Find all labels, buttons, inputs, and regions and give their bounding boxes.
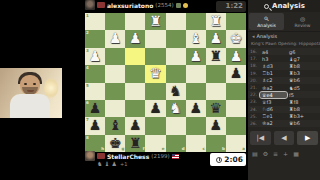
white-move[interactable]: ♖e1 xyxy=(260,113,287,119)
square-b2[interactable]: ♟ xyxy=(206,30,226,47)
forward-button[interactable]: ▶ xyxy=(297,131,318,145)
white-move[interactable]: a4 xyxy=(260,49,287,55)
square-c2[interactable]: ♝ xyxy=(186,30,206,47)
material-advantage: +1 xyxy=(120,161,127,167)
black-pawn-e6[interactable]: ♟ xyxy=(145,100,165,117)
back-button[interactable]: ◀ xyxy=(274,131,295,145)
white-king-a2[interactable]: ♚ xyxy=(226,30,246,47)
square-g1[interactable] xyxy=(105,13,125,30)
white-knight-d6[interactable]: ♞ xyxy=(166,100,186,117)
square-g4[interactable] xyxy=(105,65,125,82)
square-e2[interactable] xyxy=(145,30,165,47)
us-flag-icon xyxy=(172,154,179,159)
white-move[interactable]: ♗d3 xyxy=(260,63,287,69)
rank-label-6: 6 xyxy=(86,101,89,105)
square-h4[interactable]: 4 xyxy=(85,65,105,82)
black-pawn-a4[interactable]: ♟ xyxy=(226,65,246,82)
board-tools-row: ▤⚙≡+▦ xyxy=(248,148,320,159)
clock-icon xyxy=(216,157,222,163)
white-bishop-c2[interactable]: ♝ xyxy=(186,30,206,47)
black-pawn-c6[interactable]: ♟ xyxy=(186,100,206,117)
search-icon xyxy=(264,4,269,9)
black-rook-b3[interactable]: ♜ xyxy=(206,48,226,65)
chevron-icon: ◂ xyxy=(252,34,255,39)
panel-tabs: 🔍︎ Analysis ◎ Review xyxy=(248,12,320,31)
opening-name[interactable]: King's Pawn Opening: Hippopotamus Defens… xyxy=(248,40,320,48)
square-h6[interactable]: ♟6 xyxy=(85,100,105,117)
square-f7[interactable]: ♟ xyxy=(125,117,145,134)
square-g8[interactable]: ♚g xyxy=(105,135,125,152)
square-g7[interactable]: ♝ xyxy=(105,117,125,134)
move-number: 20. xyxy=(250,78,260,83)
move-row: 22.♕e4f5 xyxy=(248,91,320,98)
rank-label-3: 3 xyxy=(86,49,89,53)
black-move[interactable]: ♛b6 xyxy=(287,77,314,83)
square-f3[interactable] xyxy=(125,48,145,65)
move-row: 24.♘d6♜b8 xyxy=(248,106,320,113)
square-c8[interactable]: c xyxy=(186,135,206,152)
square-h3[interactable]: ♟3 xyxy=(85,48,105,65)
chess-board[interactable]: 1♜♜2♟♟♝♟♚♟3♟♜♟4♛♟5♞♟6♟♞♟♛♟7♝♟♟8h♚g♜fedcb… xyxy=(85,13,246,152)
bottom-avatar[interactable] xyxy=(85,151,95,161)
move-number: 26. xyxy=(250,121,260,126)
flair-icon xyxy=(176,3,181,8)
black-move[interactable]: ♜b3 xyxy=(287,70,314,76)
black-move[interactable]: ♜b8 xyxy=(287,106,314,112)
white-pawn-b2[interactable]: ♟ xyxy=(206,30,226,47)
move-number: 18. xyxy=(250,63,260,68)
tool-icon-0[interactable]: ▤ xyxy=(252,150,258,157)
black-move[interactable]: ♞d5 xyxy=(287,85,314,91)
square-e6[interactable]: ♟ xyxy=(145,100,165,117)
bottom-player-name[interactable]: StellarChess xyxy=(107,153,149,160)
square-d6[interactable]: ♞ xyxy=(166,100,186,117)
move-number: 19. xyxy=(250,71,260,76)
tab-review[interactable]: ◎ Review xyxy=(285,12,320,31)
black-move[interactable]: ♝g7 xyxy=(287,56,314,62)
move-row: 19.♖b1♜b3 xyxy=(248,70,320,77)
square-a2[interactable]: ♚ xyxy=(226,30,246,47)
square-e4[interactable]: ♛ xyxy=(145,65,165,82)
move-row: 17.h3♝g7 xyxy=(248,55,320,62)
black-knight-d5[interactable]: ♞ xyxy=(166,83,186,100)
move-row: 20.♗c2♛b6 xyxy=(248,77,320,84)
black-move[interactable]: ♜b3+ xyxy=(287,113,314,119)
move-row: 21.♔a2♞d5 xyxy=(248,84,320,91)
square-b5[interactable] xyxy=(206,83,226,100)
top-title-badge xyxy=(97,2,105,8)
white-move[interactable]: ♕e4 xyxy=(260,92,287,98)
move-row: 26.♔a2♛b6 xyxy=(248,120,320,127)
square-c1[interactable] xyxy=(186,13,206,30)
streamer-person xyxy=(8,72,52,118)
white-move[interactable]: ♔a2 xyxy=(260,120,287,126)
target-icon: ◎ xyxy=(300,16,305,22)
panel-header: Analysis xyxy=(248,0,320,12)
square-g5[interactable] xyxy=(105,83,125,100)
square-d5[interactable]: ♞ xyxy=(166,83,186,100)
square-a3[interactable]: ♟ xyxy=(226,48,246,65)
move-number: 17. xyxy=(250,56,260,61)
white-move[interactable]: ♘d6 xyxy=(260,106,287,112)
tool-icon-1[interactable]: ⚙ xyxy=(263,150,268,157)
black-move[interactable]: ♜b8 xyxy=(287,63,314,69)
black-queen-b6[interactable]: ♛ xyxy=(206,100,226,117)
move-row: 23.♕f3♜f8 xyxy=(248,98,320,105)
rank-label-1: 1 xyxy=(86,14,89,18)
square-h7[interactable]: ♟7 xyxy=(85,117,105,134)
square-h1[interactable]: 1 xyxy=(85,13,105,30)
square-a1[interactable] xyxy=(226,13,246,30)
rank-label-4: 4 xyxy=(86,66,89,70)
square-h8[interactable]: 8h xyxy=(85,135,105,152)
white-pawn-g2[interactable]: ♟ xyxy=(105,30,125,47)
analysis-section-header[interactable]: ◂ Analysis xyxy=(248,31,320,40)
square-f4[interactable] xyxy=(125,65,145,82)
square-f2[interactable]: ♟ xyxy=(125,30,145,47)
square-a6[interactable] xyxy=(226,100,246,117)
move-number: 21. xyxy=(250,85,260,90)
move-list: 16.a4g617.h3♝g718.♗d3♜b819.♖b1♜b320.♗c2♛… xyxy=(248,48,320,128)
white-rook-b1[interactable]: ♜ xyxy=(206,13,226,30)
square-e8[interactable]: e xyxy=(145,135,165,152)
black-move[interactable]: f5 xyxy=(287,92,314,98)
app-window: alexsuriatono (2554) 1:22 1♜♜2♟♟♝♟♚♟3♟♜♟… xyxy=(0,0,320,180)
square-g6[interactable] xyxy=(105,100,125,117)
white-rook-e1[interactable]: ♜ xyxy=(145,13,165,30)
square-b3[interactable]: ♜ xyxy=(206,48,226,65)
square-e3[interactable] xyxy=(145,48,165,65)
move-row: 25.♖e1♜b3+ xyxy=(248,113,320,120)
analysis-panel: Analysis 🔍︎ Analysis ◎ Review ◂ Analysis… xyxy=(248,0,320,180)
square-a8[interactable]: a xyxy=(226,135,246,152)
bottom-clock: 2:06 xyxy=(210,153,246,166)
move-number: 22. xyxy=(250,92,260,97)
square-c4[interactable] xyxy=(186,65,206,82)
black-pawn-f7[interactable]: ♟ xyxy=(125,117,145,134)
black-move[interactable]: ♛b6 xyxy=(287,120,314,126)
move-number: 23. xyxy=(250,99,260,104)
top-player-name[interactable]: alexsuriatono xyxy=(107,2,153,9)
rank-label-8: 8 xyxy=(86,136,89,140)
white-move[interactable]: h3 xyxy=(260,56,287,62)
square-d1[interactable] xyxy=(166,13,186,30)
tool-icon-4[interactable]: ▦ xyxy=(293,150,299,157)
white-pawn-a3[interactable]: ♟ xyxy=(226,48,246,65)
magnifier-icon: 🔍︎ xyxy=(264,16,270,22)
top-clock: 1:22 xyxy=(216,1,246,12)
square-c7[interactable] xyxy=(186,117,206,134)
white-move[interactable]: ♗c2 xyxy=(260,77,287,83)
square-a4[interactable]: ♟ xyxy=(226,65,246,82)
bottom-player-bar: StellarChess (2199) 2:06 ♞ ♝ ♟ +1 xyxy=(85,151,246,168)
square-a5[interactable] xyxy=(226,83,246,100)
webcam-feed xyxy=(0,68,62,118)
move-row: 18.♗d3♜b8 xyxy=(248,62,320,69)
tool-icon-2[interactable]: ≡ xyxy=(273,150,278,157)
square-f5[interactable] xyxy=(125,83,145,100)
square-d4[interactable] xyxy=(166,65,186,82)
square-b6[interactable]: ♛ xyxy=(206,100,226,117)
smiley-flair-icon xyxy=(183,3,188,8)
square-g3[interactable] xyxy=(105,48,125,65)
black-move[interactable]: g6 xyxy=(287,49,314,55)
black-pawn-b7[interactable]: ♟ xyxy=(206,117,226,134)
white-queen-e4[interactable]: ♛ xyxy=(145,65,165,82)
square-g2[interactable]: ♟ xyxy=(105,30,125,47)
square-e5[interactable] xyxy=(145,83,165,100)
square-b4[interactable] xyxy=(206,65,226,82)
top-player-bar: alexsuriatono (2554) 1:22 xyxy=(85,0,246,13)
square-d2[interactable] xyxy=(166,30,186,47)
square-h5[interactable]: 5 xyxy=(85,83,105,100)
square-e7[interactable] xyxy=(145,117,165,134)
square-f1[interactable] xyxy=(125,13,145,30)
square-d3[interactable] xyxy=(166,48,186,65)
rank-label-2: 2 xyxy=(86,31,89,35)
square-c5[interactable] xyxy=(186,83,206,100)
square-f6[interactable] xyxy=(125,100,145,117)
bottom-player-rating: (2199) xyxy=(151,153,169,159)
move-number: 16. xyxy=(250,49,260,54)
square-c3[interactable]: ♟ xyxy=(186,48,206,65)
tab-analysis[interactable]: 🔍︎ Analysis xyxy=(249,13,284,30)
square-e1[interactable]: ♜ xyxy=(145,13,165,30)
move-row: 16.a4g6 xyxy=(248,48,320,55)
move-number: 24. xyxy=(250,107,260,112)
jump-to-start-button[interactable]: |◀ xyxy=(250,131,271,145)
tool-icon-3[interactable]: + xyxy=(283,150,288,157)
square-b8[interactable]: b xyxy=(206,135,226,152)
square-b7[interactable]: ♟ xyxy=(206,117,226,134)
square-d7[interactable] xyxy=(166,117,186,134)
square-b1[interactable]: ♜ xyxy=(206,13,226,30)
bottom-title-badge xyxy=(97,153,105,159)
square-f8[interactable]: ♜f xyxy=(125,135,145,152)
white-pawn-f2[interactable]: ♟ xyxy=(125,30,145,47)
rank-label-5: 5 xyxy=(86,84,89,88)
top-player-rating: (2554) xyxy=(155,2,173,8)
white-move[interactable]: ♖b1 xyxy=(260,70,287,76)
top-avatar[interactable] xyxy=(85,0,95,10)
rank-label-7: 7 xyxy=(86,118,89,122)
black-bishop-g7[interactable]: ♝ xyxy=(105,117,125,134)
move-number: 25. xyxy=(250,114,260,119)
square-c6[interactable]: ♟ xyxy=(186,100,206,117)
white-move[interactable]: ♕f3 xyxy=(260,99,287,105)
white-move[interactable]: ♔a2 xyxy=(260,85,287,91)
square-d8[interactable]: d xyxy=(166,135,186,152)
square-h2[interactable]: 2 xyxy=(85,30,105,47)
black-move[interactable]: ♜f8 xyxy=(287,99,314,105)
move-nav: |◀ ◀ ▶ xyxy=(248,128,320,148)
square-a7[interactable] xyxy=(226,117,246,134)
white-pawn-c3[interactable]: ♟ xyxy=(186,48,206,65)
